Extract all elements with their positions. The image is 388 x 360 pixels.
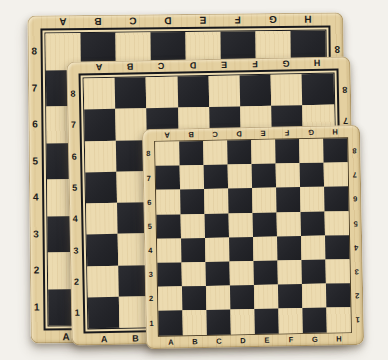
small-square-h2[interactable]: [326, 283, 350, 308]
large-file-label-h-top: H: [290, 13, 325, 26]
medium-square-a7[interactable]: [84, 109, 116, 141]
small-square-b8[interactable]: [179, 141, 203, 166]
large-rank-label-3-left: 3: [29, 216, 42, 253]
medium-file-label-h-top: H: [302, 57, 333, 70]
small-file-label-d-bottom: D: [231, 334, 255, 346]
small-square-a6[interactable]: [156, 190, 180, 215]
small-square-g5[interactable]: [301, 211, 325, 236]
small-file-label-h-top: H: [323, 125, 347, 137]
small-bottom-coordinates: ABCDEFGH: [159, 333, 351, 349]
medium-square-a3[interactable]: [87, 234, 119, 266]
small-square-g4[interactable]: [301, 235, 325, 260]
small-file-label-e-bottom: E: [255, 334, 279, 346]
medium-rank-label-8-left: 8: [67, 79, 80, 111]
medium-rank-label-7-left: 7: [67, 110, 80, 142]
small-square-f2[interactable]: [278, 284, 302, 309]
small-square-grid: [155, 138, 351, 335]
large-file-label-e-top: E: [185, 14, 220, 27]
large-rank-label-6-left: 6: [28, 107, 41, 144]
small-rank-label-2-left: 2: [145, 287, 157, 311]
medium-file-label-f-top: F: [239, 58, 270, 71]
medium-square-d8[interactable]: [177, 76, 209, 108]
small-square-a3[interactable]: [157, 262, 181, 287]
small-square-c5[interactable]: [205, 213, 229, 238]
small-rank-label-3-right: 3: [350, 259, 362, 283]
small-square-h1[interactable]: [326, 307, 350, 332]
small-rank-label-6-left: 6: [143, 190, 155, 214]
small-square-h3[interactable]: [325, 259, 349, 284]
small-square-f6[interactable]: [276, 187, 300, 212]
medium-square-e8[interactable]: [208, 75, 240, 107]
small-rank-label-5-left: 5: [144, 214, 156, 238]
small-square-c7[interactable]: [204, 165, 228, 190]
medium-square-a2[interactable]: [87, 266, 119, 298]
medium-rank-label-5-left: 5: [68, 172, 81, 204]
small-square-d2[interactable]: [230, 285, 254, 310]
large-rank-label-8-left: 8: [27, 34, 40, 71]
large-file-label-d-top: D: [150, 14, 185, 27]
small-rank-label-3-left: 3: [144, 263, 156, 287]
small-rank-label-1-right: 1: [351, 307, 363, 331]
small-square-a4[interactable]: [157, 238, 181, 263]
small-rank-label-4-right: 4: [350, 235, 362, 259]
small-square-b6[interactable]: [180, 189, 204, 214]
medium-file-label-d-top: D: [177, 59, 208, 72]
medium-square-a1[interactable]: [88, 297, 120, 329]
small-file-label-d-top: D: [227, 127, 251, 139]
large-file-label-c-top: C: [115, 14, 150, 27]
large-rank-label-2-left: 2: [30, 253, 43, 290]
small-file-label-a-top: A: [155, 128, 179, 140]
small-square-c1[interactable]: [206, 310, 230, 335]
small-file-label-f-top: F: [275, 126, 299, 138]
small-square-c4[interactable]: [205, 237, 229, 262]
small-square-f3[interactable]: [277, 260, 301, 285]
small-square-g8[interactable]: [299, 139, 323, 164]
small-square-a2[interactable]: [158, 286, 182, 311]
small-square-d6[interactable]: [228, 188, 252, 213]
small-square-d4[interactable]: [229, 237, 253, 262]
small-square-e7[interactable]: [252, 164, 276, 189]
small-square-d8[interactable]: [227, 140, 251, 165]
small-square-e2[interactable]: [254, 285, 278, 310]
small-file-label-a-bottom: A: [159, 336, 183, 348]
medium-square-g8[interactable]: [271, 74, 303, 106]
small-square-e4[interactable]: [253, 236, 277, 261]
small-square-g2[interactable]: [302, 284, 326, 309]
medium-square-h8[interactable]: [302, 74, 334, 106]
medium-square-a8[interactable]: [84, 78, 116, 110]
medium-square-a5[interactable]: [85, 172, 117, 204]
small-square-d1[interactable]: [230, 309, 254, 334]
small-square-c2[interactable]: [206, 286, 230, 311]
small-rank-label-7-right: 7: [349, 162, 361, 186]
small-file-label-h-bottom: H: [327, 333, 351, 345]
medium-file-label-b-top: B: [114, 60, 145, 73]
medium-square-a4[interactable]: [86, 203, 118, 235]
chessboard-small: ABCDEFGHABCDEFGH8765432187654321: [142, 125, 364, 349]
small-file-label-c-bottom: C: [207, 335, 231, 347]
large-file-label-b-top: B: [80, 15, 115, 28]
small-rank-label-7-left: 7: [143, 166, 155, 190]
medium-rank-label-8-right: 8: [338, 73, 351, 105]
small-square-g3[interactable]: [301, 260, 325, 285]
small-rank-label-2-right: 2: [351, 283, 363, 307]
medium-file-label-e-top: E: [208, 58, 239, 71]
medium-square-a6[interactable]: [85, 140, 117, 172]
small-square-e5[interactable]: [253, 212, 277, 237]
small-square-g6[interactable]: [300, 187, 324, 212]
small-square-a1[interactable]: [158, 311, 182, 336]
small-square-e8[interactable]: [251, 140, 275, 165]
small-square-f1[interactable]: [278, 308, 302, 333]
small-square-f8[interactable]: [275, 139, 299, 164]
medium-file-label-c-top: C: [146, 60, 177, 73]
small-file-label-f-bottom: F: [279, 334, 303, 346]
small-square-c3[interactable]: [205, 261, 229, 286]
small-file-label-b-top: B: [179, 128, 203, 140]
small-square-g7[interactable]: [300, 163, 324, 188]
small-rank-label-8-right: 8: [348, 138, 360, 162]
small-rank-label-5-right: 5: [350, 210, 362, 234]
small-square-g1[interactable]: [302, 308, 326, 333]
small-right-coordinates: 87654321: [348, 138, 364, 332]
small-square-a8[interactable]: [155, 141, 179, 166]
small-file-label-g-bottom: G: [303, 333, 327, 345]
small-file-label-b-bottom: B: [183, 335, 207, 347]
small-square-b3[interactable]: [181, 262, 205, 287]
large-file-label-g-top: G: [255, 13, 290, 26]
small-square-e3[interactable]: [253, 260, 277, 285]
small-square-b5[interactable]: [181, 213, 205, 238]
large-rank-label-1-left: 1: [30, 289, 43, 326]
medium-rank-label-2-left: 2: [70, 266, 83, 298]
small-file-label-c-top: C: [203, 127, 227, 139]
medium-rank-label-3-left: 3: [70, 235, 83, 267]
small-square-c6[interactable]: [204, 189, 228, 214]
small-square-f5[interactable]: [277, 212, 301, 237]
large-rank-label-7-left: 7: [28, 70, 41, 107]
small-square-d3[interactable]: [229, 261, 253, 286]
medium-square-b8[interactable]: [115, 77, 147, 109]
small-square-f4[interactable]: [277, 236, 301, 261]
small-square-b2[interactable]: [182, 286, 206, 311]
small-square-a7[interactable]: [156, 166, 180, 191]
medium-file-label-a-top: A: [83, 61, 114, 74]
small-square-b1[interactable]: [182, 310, 206, 335]
small-rank-label-8-left: 8: [142, 142, 154, 166]
large-file-label-a-top: A: [45, 15, 80, 28]
small-rank-label-6-right: 6: [349, 186, 361, 210]
small-square-b7[interactable]: [180, 165, 204, 190]
small-square-d7[interactable]: [228, 164, 252, 189]
large-rank-label-5-left: 5: [29, 143, 42, 180]
medium-file-label-g-top: G: [270, 57, 301, 70]
small-rank-label-4-left: 4: [144, 239, 156, 263]
medium-rank-label-6-left: 6: [68, 141, 81, 173]
small-square-f7[interactable]: [276, 163, 300, 188]
small-square-e1[interactable]: [254, 309, 278, 334]
medium-square-f8[interactable]: [240, 75, 272, 107]
small-rank-label-1-left: 1: [145, 311, 157, 335]
small-square-h6[interactable]: [324, 187, 348, 212]
small-square-a5[interactable]: [157, 214, 181, 239]
small-file-label-g-top: G: [299, 126, 323, 138]
small-square-h8[interactable]: [323, 138, 347, 163]
large-file-label-f-top: F: [220, 13, 255, 26]
chessboards-scene: ABCDEFGHABCDEFGH8765432187654321 ABCDEFG…: [0, 0, 388, 360]
small-square-h4[interactable]: [325, 235, 349, 260]
medium-rank-label-4-left: 4: [69, 204, 82, 236]
small-square-h7[interactable]: [324, 162, 348, 187]
medium-file-label-a-bottom: A: [89, 333, 120, 346]
small-playing-area: [154, 137, 352, 336]
large-rank-label-4-left: 4: [29, 180, 42, 217]
small-square-h5[interactable]: [325, 211, 349, 236]
medium-rank-label-1-left: 1: [71, 298, 84, 330]
small-square-d5[interactable]: [229, 213, 253, 238]
small-square-e6[interactable]: [252, 188, 276, 213]
small-file-label-e-top: E: [251, 127, 275, 139]
small-square-c8[interactable]: [203, 140, 227, 165]
small-square-b4[interactable]: [181, 238, 205, 263]
medium-square-c8[interactable]: [146, 77, 178, 109]
